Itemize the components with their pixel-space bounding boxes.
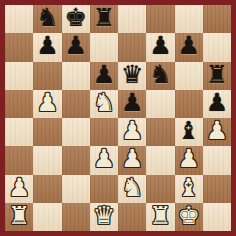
black-pawn-d6[interactable]: ♟ — [93, 62, 115, 89]
square-b1[interactable] — [33, 203, 61, 231]
black-rook-d8[interactable]: ♜ — [93, 5, 115, 32]
square-e1[interactable] — [118, 203, 146, 231]
square-f2[interactable] — [146, 175, 174, 203]
black-pawn-g7[interactable]: ♟ — [177, 33, 199, 60]
square-h4[interactable]: ♟ — [203, 118, 231, 146]
black-pawn-e5[interactable]: ♟ — [121, 90, 143, 117]
square-e8[interactable] — [118, 5, 146, 33]
square-g1[interactable]: ♚ — [175, 203, 203, 231]
black-king-c8[interactable]: ♚ — [64, 5, 86, 32]
square-h7[interactable] — [203, 33, 231, 61]
square-c8[interactable]: ♚ — [62, 5, 90, 33]
square-a7[interactable] — [5, 33, 33, 61]
square-d1[interactable]: ♛ — [90, 203, 118, 231]
square-g2[interactable]: ♝ — [175, 175, 203, 203]
black-rook-h6[interactable]: ♜ — [206, 62, 228, 89]
square-h6[interactable]: ♜ — [203, 62, 231, 90]
square-f8[interactable] — [146, 5, 174, 33]
square-e4[interactable]: ♟ — [118, 118, 146, 146]
square-f7[interactable]: ♟ — [146, 33, 174, 61]
square-a3[interactable] — [5, 146, 33, 174]
square-a1[interactable]: ♜ — [5, 203, 33, 231]
square-c4[interactable] — [62, 118, 90, 146]
square-c5[interactable] — [62, 90, 90, 118]
square-c2[interactable] — [62, 175, 90, 203]
square-d2[interactable] — [90, 175, 118, 203]
white-pawn-h4[interactable]: ♟ — [206, 118, 228, 145]
square-h5[interactable]: ♟ — [203, 90, 231, 118]
square-f5[interactable] — [146, 90, 174, 118]
square-g8[interactable] — [175, 5, 203, 33]
square-d8[interactable]: ♜ — [90, 5, 118, 33]
square-g6[interactable] — [175, 62, 203, 90]
white-bishop-g2[interactable]: ♝ — [177, 175, 199, 202]
square-d7[interactable] — [90, 33, 118, 61]
white-pawn-a2[interactable]: ♟ — [8, 175, 30, 202]
square-h2[interactable] — [203, 175, 231, 203]
square-g4[interactable]: ♝ — [175, 118, 203, 146]
white-pawn-e4[interactable]: ♟ — [121, 118, 143, 145]
chess-board-frame: ♞♚♜♟♟♟♟♟♛♞♜♟♞♟♟♟♝♟♟♟♟♟♞♝♜♛♜♚ — [0, 0, 236, 236]
chess-board: ♞♚♜♟♟♟♟♟♛♞♜♟♞♟♟♟♝♟♟♟♟♟♞♝♜♛♜♚ — [5, 5, 231, 231]
black-knight-b8[interactable]: ♞ — [36, 5, 58, 32]
square-h1[interactable] — [203, 203, 231, 231]
square-f1[interactable]: ♜ — [146, 203, 174, 231]
square-c6[interactable] — [62, 62, 90, 90]
square-g7[interactable]: ♟ — [175, 33, 203, 61]
black-knight-f6[interactable]: ♞ — [149, 62, 171, 89]
square-e7[interactable] — [118, 33, 146, 61]
white-pawn-e3[interactable]: ♟ — [121, 146, 143, 173]
square-a8[interactable] — [5, 5, 33, 33]
square-a6[interactable] — [5, 62, 33, 90]
square-c3[interactable] — [62, 146, 90, 174]
white-king-g1[interactable]: ♚ — [177, 203, 199, 230]
square-a2[interactable]: ♟ — [5, 175, 33, 203]
black-pawn-f7[interactable]: ♟ — [149, 33, 171, 60]
black-pawn-c7[interactable]: ♟ — [64, 33, 86, 60]
square-h8[interactable] — [203, 5, 231, 33]
square-c7[interactable]: ♟ — [62, 33, 90, 61]
square-b3[interactable] — [33, 146, 61, 174]
white-knight-d5[interactable]: ♞ — [93, 90, 115, 117]
square-e3[interactable]: ♟ — [118, 146, 146, 174]
square-b7[interactable]: ♟ — [33, 33, 61, 61]
square-c1[interactable] — [62, 203, 90, 231]
square-f4[interactable] — [146, 118, 174, 146]
square-g3[interactable]: ♟ — [175, 146, 203, 174]
square-d6[interactable]: ♟ — [90, 62, 118, 90]
square-h3[interactable] — [203, 146, 231, 174]
square-a5[interactable] — [5, 90, 33, 118]
square-e6[interactable]: ♛ — [118, 62, 146, 90]
square-f3[interactable] — [146, 146, 174, 174]
white-pawn-b5[interactable]: ♟ — [36, 90, 58, 117]
square-e2[interactable]: ♞ — [118, 175, 146, 203]
square-f6[interactable]: ♞ — [146, 62, 174, 90]
black-bishop-g4[interactable]: ♝ — [177, 118, 199, 145]
square-d5[interactable]: ♞ — [90, 90, 118, 118]
white-pawn-d3[interactable]: ♟ — [93, 146, 115, 173]
white-queen-d1[interactable]: ♛ — [93, 203, 115, 230]
square-a4[interactable] — [5, 118, 33, 146]
white-knight-e2[interactable]: ♞ — [121, 175, 143, 202]
black-pawn-h5[interactable]: ♟ — [206, 90, 228, 117]
white-rook-f1[interactable]: ♜ — [149, 203, 171, 230]
black-queen-e6[interactable]: ♛ — [121, 62, 143, 89]
white-rook-a1[interactable]: ♜ — [8, 203, 30, 230]
square-e5[interactable]: ♟ — [118, 90, 146, 118]
square-b6[interactable] — [33, 62, 61, 90]
square-d3[interactable]: ♟ — [90, 146, 118, 174]
square-b2[interactable] — [33, 175, 61, 203]
square-b5[interactable]: ♟ — [33, 90, 61, 118]
square-b8[interactable]: ♞ — [33, 5, 61, 33]
square-b4[interactable] — [33, 118, 61, 146]
black-pawn-b7[interactable]: ♟ — [36, 33, 58, 60]
square-d4[interactable] — [90, 118, 118, 146]
white-pawn-g3[interactable]: ♟ — [177, 146, 199, 173]
square-g5[interactable] — [175, 90, 203, 118]
